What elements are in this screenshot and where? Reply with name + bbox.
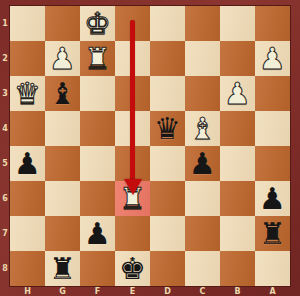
square-h1[interactable] (10, 6, 45, 41)
square-a7[interactable]: ♜ (255, 216, 290, 251)
square-a6[interactable]: ♟ (255, 181, 290, 216)
square-h8[interactable] (10, 251, 45, 286)
file-label-a: A (255, 287, 290, 296)
black-rook-a7[interactable]: ♜ (255, 216, 290, 251)
black-pawn-c5[interactable]: ♟ (185, 146, 220, 181)
white-bishop-c4[interactable]: ♝ (185, 111, 220, 146)
square-f4[interactable] (80, 111, 115, 146)
file-label-h: H (10, 287, 45, 296)
square-c1[interactable] (185, 6, 220, 41)
square-a8[interactable] (255, 251, 290, 286)
white-pawn-a2[interactable]: ♟ (255, 41, 290, 76)
rank-label-1: 1 (0, 19, 10, 28)
square-b6[interactable] (220, 181, 255, 216)
square-f5[interactable] (80, 146, 115, 181)
file-label-d: D (150, 287, 185, 296)
black-king-e8[interactable]: ♚ (115, 251, 150, 286)
black-pawn-a6[interactable]: ♟ (255, 181, 290, 216)
file-label-f: F (80, 287, 115, 296)
square-d6[interactable] (150, 181, 185, 216)
white-pawn-g2[interactable]: ♟ (45, 41, 80, 76)
file-label-e: E (115, 287, 150, 296)
black-pawn-f7[interactable]: ♟ (80, 216, 115, 251)
square-h6[interactable] (10, 181, 45, 216)
square-c8[interactable] (185, 251, 220, 286)
square-h2[interactable] (10, 41, 45, 76)
square-g5[interactable] (45, 146, 80, 181)
square-f8[interactable] (80, 251, 115, 286)
rank-label-6: 6 (0, 194, 10, 203)
square-f6[interactable] (80, 181, 115, 216)
square-b5[interactable] (220, 146, 255, 181)
square-d5[interactable] (150, 146, 185, 181)
black-rook-g8[interactable]: ♜ (45, 251, 80, 286)
square-c3[interactable] (185, 76, 220, 111)
square-h5[interactable]: ♟ (10, 146, 45, 181)
square-d4[interactable]: ♛ (150, 111, 185, 146)
square-b7[interactable] (220, 216, 255, 251)
file-label-g: G (45, 287, 80, 296)
rank-label-2: 2 (0, 54, 10, 63)
square-c2[interactable] (185, 41, 220, 76)
square-b2[interactable] (220, 41, 255, 76)
square-a1[interactable] (255, 6, 290, 41)
square-d8[interactable] (150, 251, 185, 286)
square-b4[interactable] (220, 111, 255, 146)
square-g1[interactable] (45, 6, 80, 41)
square-a2[interactable]: ♟ (255, 41, 290, 76)
black-queen-d4[interactable]: ♛ (150, 111, 185, 146)
white-pawn-b3[interactable]: ♟ (220, 76, 255, 111)
square-b8[interactable] (220, 251, 255, 286)
rank-label-4: 4 (0, 124, 10, 133)
white-rook-f2[interactable]: ♜ (80, 41, 115, 76)
move-arrow-head (124, 179, 142, 195)
square-d3[interactable] (150, 76, 185, 111)
square-a3[interactable] (255, 76, 290, 111)
rank-label-8: 8 (0, 264, 10, 273)
square-g3[interactable]: ♝ (45, 76, 80, 111)
black-bishop-g3[interactable]: ♝ (45, 76, 80, 111)
square-c4[interactable]: ♝ (185, 111, 220, 146)
square-d7[interactable] (150, 216, 185, 251)
rank-label-3: 3 (0, 89, 10, 98)
square-f7[interactable]: ♟ (80, 216, 115, 251)
square-c7[interactable] (185, 216, 220, 251)
file-label-c: C (185, 287, 220, 296)
square-b1[interactable] (220, 6, 255, 41)
white-king-f1[interactable]: ♚ (80, 6, 115, 41)
white-queen-h3[interactable]: ♛ (10, 76, 45, 111)
square-e8[interactable]: ♚ (115, 251, 150, 286)
square-g2[interactable]: ♟ (45, 41, 80, 76)
square-a4[interactable] (255, 111, 290, 146)
square-e7[interactable] (115, 216, 150, 251)
square-f1[interactable]: ♚ (80, 6, 115, 41)
square-h4[interactable] (10, 111, 45, 146)
square-g7[interactable] (45, 216, 80, 251)
square-g4[interactable] (45, 111, 80, 146)
square-c6[interactable] (185, 181, 220, 216)
square-g6[interactable] (45, 181, 80, 216)
square-g8[interactable]: ♜ (45, 251, 80, 286)
square-b3[interactable]: ♟ (220, 76, 255, 111)
black-pawn-h5[interactable]: ♟ (10, 146, 45, 181)
file-label-b: B (220, 287, 255, 296)
square-f3[interactable] (80, 76, 115, 111)
chess-board-frame: ♚♟♜♟♛♝♟♛♝♟♟♜♟♟♜♜♚ 12345678 HGFEDCBA (0, 0, 300, 296)
square-d2[interactable] (150, 41, 185, 76)
square-f2[interactable]: ♜ (80, 41, 115, 76)
chess-board: ♚♟♜♟♛♝♟♛♝♟♟♜♟♟♜♜♚ (10, 6, 290, 286)
rank-label-5: 5 (0, 159, 10, 168)
square-h7[interactable] (10, 216, 45, 251)
move-arrow-shaft (130, 20, 135, 179)
square-a5[interactable] (255, 146, 290, 181)
square-h3[interactable]: ♛ (10, 76, 45, 111)
square-d1[interactable] (150, 6, 185, 41)
square-c5[interactable]: ♟ (185, 146, 220, 181)
rank-label-7: 7 (0, 229, 10, 238)
